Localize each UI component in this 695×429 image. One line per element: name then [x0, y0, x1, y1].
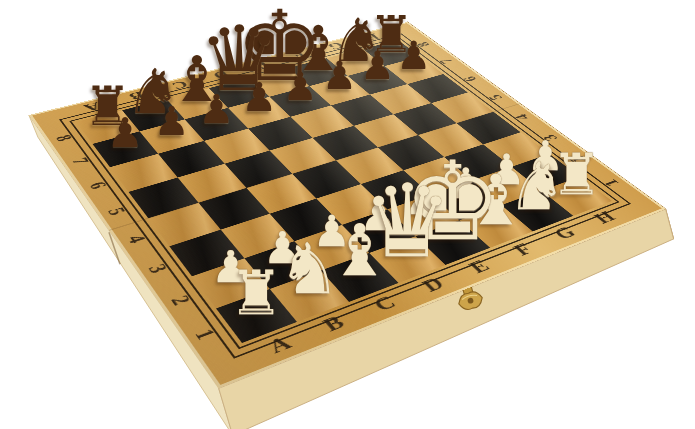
piece-black-pawn[interactable]: ♟ [154, 101, 190, 141]
piece-black-pawn[interactable]: ♟ [241, 77, 277, 117]
piece-black-pawn[interactable]: ♟ [107, 113, 144, 154]
piece-white-rook[interactable]: ♜ [229, 262, 284, 323]
piece-black-pawn[interactable]: ♟ [198, 89, 234, 129]
piece-black-pawn[interactable]: ♟ [396, 36, 431, 75]
piece-black-pawn[interactable]: ♟ [322, 56, 357, 95]
pieces-layer: ♜♞♝♛♚♝♞♜♟♟♟♟♟♟♟♟♟♟♟♟♟♟♟♟♜♞♝♛♚♝♞♜ [0, 0, 695, 429]
product-photo: ABCDEFGH ABCDEFGH 87654321 87654321 ♜♞♝♛… [0, 0, 695, 429]
piece-black-pawn[interactable]: ♟ [283, 67, 318, 106]
piece-black-pawn[interactable]: ♟ [360, 46, 395, 85]
piece-white-knight[interactable]: ♞ [278, 234, 341, 304]
